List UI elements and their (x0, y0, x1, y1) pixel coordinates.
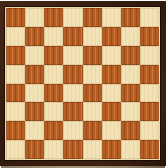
square-r2c8[interactable] (140, 27, 159, 46)
square-r1c5[interactable] (83, 8, 102, 27)
chess-board-frame (0, 1, 166, 166)
square-r4c3[interactable] (44, 65, 63, 84)
square-r3c1[interactable] (6, 46, 25, 65)
square-r5c5[interactable] (83, 84, 102, 103)
square-r6c8[interactable] (140, 102, 159, 121)
square-r8c2[interactable] (25, 140, 44, 159)
square-r8c1[interactable] (6, 140, 25, 159)
square-r2c6[interactable] (102, 27, 121, 46)
square-r1c7[interactable] (121, 8, 140, 27)
square-r4c8[interactable] (140, 65, 159, 84)
square-r1c4[interactable] (63, 8, 82, 27)
square-r6c6[interactable] (102, 102, 121, 121)
square-r2c7[interactable] (121, 27, 140, 46)
square-r6c7[interactable] (121, 102, 140, 121)
board-bottom-edge (1, 166, 165, 168)
square-r8c7[interactable] (121, 140, 140, 159)
square-r5c1[interactable] (6, 84, 25, 103)
square-r3c3[interactable] (44, 46, 63, 65)
board-inner-margin (5, 7, 160, 160)
square-r7c7[interactable] (121, 121, 140, 140)
square-r3c4[interactable] (63, 46, 82, 65)
square-r7c3[interactable] (44, 121, 63, 140)
square-r2c3[interactable] (44, 27, 63, 46)
square-r4c7[interactable] (121, 65, 140, 84)
square-r8c5[interactable] (83, 140, 102, 159)
square-r4c2[interactable] (25, 65, 44, 84)
square-r2c5[interactable] (83, 27, 102, 46)
square-r6c3[interactable] (44, 102, 63, 121)
square-r7c5[interactable] (83, 121, 102, 140)
square-r6c4[interactable] (63, 102, 82, 121)
square-r3c7[interactable] (121, 46, 140, 65)
square-r6c2[interactable] (25, 102, 44, 121)
square-r3c5[interactable] (83, 46, 102, 65)
square-r7c1[interactable] (6, 121, 25, 140)
square-r1c6[interactable] (102, 8, 121, 27)
square-r2c1[interactable] (6, 27, 25, 46)
square-r7c8[interactable] (140, 121, 159, 140)
board-grid (6, 8, 159, 159)
square-r4c4[interactable] (63, 65, 82, 84)
square-r5c8[interactable] (140, 84, 159, 103)
square-r7c4[interactable] (63, 121, 82, 140)
square-r1c3[interactable] (44, 8, 63, 27)
square-r5c2[interactable] (25, 84, 44, 103)
square-r1c8[interactable] (140, 8, 159, 27)
square-r5c6[interactable] (102, 84, 121, 103)
square-r8c3[interactable] (44, 140, 63, 159)
square-r5c4[interactable] (63, 84, 82, 103)
square-r1c1[interactable] (6, 8, 25, 27)
square-r7c2[interactable] (25, 121, 44, 140)
square-r2c2[interactable] (25, 27, 44, 46)
square-r7c6[interactable] (102, 121, 121, 140)
square-r5c7[interactable] (121, 84, 140, 103)
photo-background (0, 0, 168, 168)
square-r6c1[interactable] (6, 102, 25, 121)
square-r3c8[interactable] (140, 46, 159, 65)
square-r4c1[interactable] (6, 65, 25, 84)
square-r4c6[interactable] (102, 65, 121, 84)
square-r1c2[interactable] (25, 8, 44, 27)
square-r8c4[interactable] (63, 140, 82, 159)
square-r8c8[interactable] (140, 140, 159, 159)
square-r3c2[interactable] (25, 46, 44, 65)
square-r3c6[interactable] (102, 46, 121, 65)
square-r4c5[interactable] (83, 65, 102, 84)
square-r2c4[interactable] (63, 27, 82, 46)
square-r8c6[interactable] (102, 140, 121, 159)
square-r6c5[interactable] (83, 102, 102, 121)
square-r5c3[interactable] (44, 84, 63, 103)
